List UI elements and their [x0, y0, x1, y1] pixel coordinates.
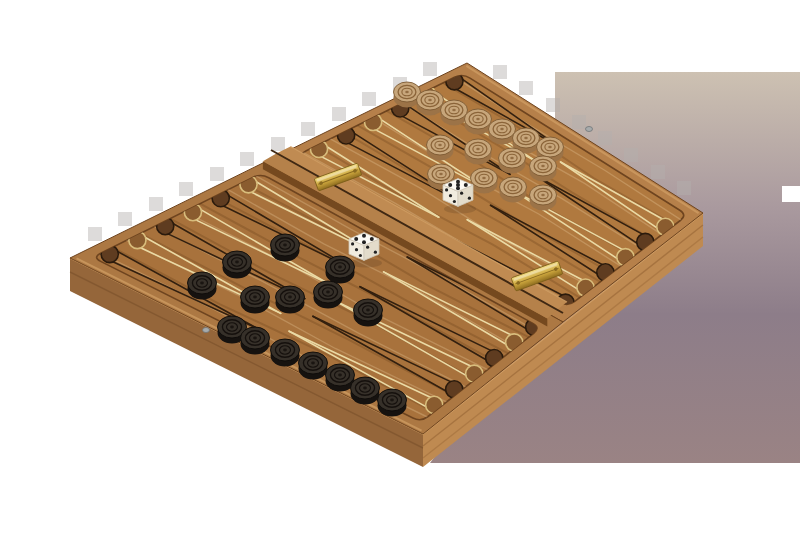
checker-light[interactable]	[465, 139, 492, 165]
checker-dark[interactable]	[241, 286, 270, 314]
edge-artifact	[179, 182, 193, 196]
edge-artifact	[546, 98, 560, 112]
checker-dark[interactable]	[299, 352, 328, 380]
checker-light[interactable]	[394, 82, 421, 108]
die-pip	[449, 194, 452, 197]
die-pip	[468, 197, 471, 200]
checker-dark[interactable]	[241, 327, 270, 355]
die-pip	[374, 251, 377, 254]
checker-light[interactable]	[417, 90, 444, 116]
checker-light[interactable]	[500, 177, 527, 203]
edge-artifact	[572, 115, 586, 129]
die-pip	[351, 242, 354, 245]
edge-artifact	[210, 167, 224, 181]
checker-light[interactable]	[427, 135, 454, 161]
die-pip	[448, 183, 452, 187]
checker-dark[interactable]	[351, 377, 380, 405]
die-pip	[354, 237, 358, 241]
die[interactable]	[443, 179, 476, 214]
product-photo-backgammon	[0, 0, 800, 534]
edge-artifact	[88, 227, 102, 241]
magnet-dot	[203, 328, 210, 333]
edge-artifact	[332, 107, 346, 121]
checker-dark[interactable]	[223, 251, 252, 279]
backgammon-scene	[0, 0, 800, 534]
edge-artifact	[301, 122, 315, 136]
die[interactable]	[349, 233, 382, 268]
edge-artifact	[149, 197, 163, 211]
die-pip	[359, 254, 362, 257]
die-pip	[362, 240, 366, 244]
checker-dark[interactable]	[276, 286, 305, 314]
die-pip	[464, 183, 468, 187]
die-pip	[460, 192, 463, 195]
die-pip	[370, 237, 374, 241]
edge-artifact	[624, 148, 638, 162]
magnet-dot	[586, 127, 593, 132]
checker-dark[interactable]	[271, 234, 300, 262]
checker-light[interactable]	[530, 185, 557, 211]
edge-artifact	[362, 92, 376, 106]
checker-light[interactable]	[465, 109, 492, 135]
edge-artifact	[519, 81, 533, 95]
die-pip	[453, 200, 456, 203]
checker-dark[interactable]	[271, 339, 300, 367]
checker-light[interactable]	[471, 168, 498, 194]
checker-dark[interactable]	[326, 256, 355, 284]
die-pip	[366, 246, 369, 249]
edge-artifact	[651, 165, 665, 179]
die-pip	[362, 234, 366, 238]
checker-light[interactable]	[441, 100, 468, 126]
checker-light[interactable]	[530, 156, 557, 182]
edge-artifact	[677, 181, 691, 195]
edge-artifact	[118, 212, 132, 226]
edge-artifact	[240, 152, 254, 166]
edge-artifact	[423, 62, 437, 76]
checker-dark[interactable]	[314, 281, 343, 309]
checker-dark[interactable]	[378, 389, 407, 417]
edge-artifact	[271, 137, 285, 151]
checker-dark[interactable]	[354, 299, 383, 327]
edge-artifact	[782, 186, 800, 202]
die-pip	[456, 186, 460, 190]
checker-light[interactable]	[499, 148, 526, 174]
checker-light[interactable]	[489, 119, 516, 145]
checker-dark[interactable]	[188, 272, 217, 300]
die-pip	[445, 188, 448, 191]
edge-artifact	[598, 131, 612, 145]
die-pip	[355, 248, 358, 251]
edge-artifact	[493, 65, 507, 79]
